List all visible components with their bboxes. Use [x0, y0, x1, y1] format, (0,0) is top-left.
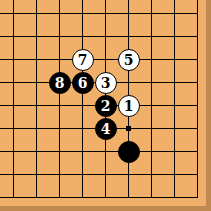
board-intersection-r7c2[interactable] [25, 140, 48, 163]
white-stone-1: 1 [118, 95, 140, 117]
board-intersection-r6c8[interactable] [163, 117, 186, 140]
board-intersection-r7c6[interactable] [117, 140, 140, 163]
board-intersection-r3c9[interactable] [186, 48, 209, 71]
board-intersection-r3c5[interactable] [94, 48, 117, 71]
board-intersection-r3c2[interactable] [25, 48, 48, 71]
board-intersection-r9c3[interactable] [48, 186, 71, 209]
board-intersection-r4c7[interactable] [140, 71, 163, 94]
board-intersection-r3c3[interactable] [48, 48, 71, 71]
board-intersection-r2c9[interactable] [186, 25, 209, 48]
board-intersection-r4c9[interactable] [186, 71, 209, 94]
board-intersection-r6c2[interactable] [25, 117, 48, 140]
board-intersection-r7c8[interactable] [163, 140, 186, 163]
black-stone-6: 6 [72, 72, 94, 94]
board-intersection-r8c3[interactable] [48, 163, 71, 186]
black-stone [118, 141, 140, 163]
board-intersection-r6c5[interactable]: 4 [94, 117, 117, 140]
board-intersection-r1c4[interactable] [71, 2, 94, 25]
board-grid: 75863214 [2, 2, 209, 209]
white-stone-5: 5 [118, 49, 140, 71]
board-intersection-r3c7[interactable] [140, 48, 163, 71]
board-intersection-r4c3[interactable]: 8 [48, 71, 71, 94]
board-intersection-r8c4[interactable] [71, 163, 94, 186]
board-intersection-r1c1[interactable] [2, 2, 25, 25]
board-intersection-r5c4[interactable] [71, 94, 94, 117]
board-intersection-r9c6[interactable] [117, 186, 140, 209]
board-intersection-r5c5[interactable]: 2 [94, 94, 117, 117]
black-stone-2: 2 [95, 95, 117, 117]
board-intersection-r4c5[interactable]: 3 [94, 71, 117, 94]
board-intersection-r8c7[interactable] [140, 163, 163, 186]
board-intersection-r7c7[interactable] [140, 140, 163, 163]
board-intersection-r3c6[interactable]: 5 [117, 48, 140, 71]
board-intersection-r8c6[interactable] [117, 163, 140, 186]
board-intersection-r6c6[interactable] [117, 117, 140, 140]
board-intersection-r5c8[interactable] [163, 94, 186, 117]
board-intersection-r2c3[interactable] [48, 25, 71, 48]
board-intersection-r5c2[interactable] [25, 94, 48, 117]
board-intersection-r5c1[interactable] [2, 94, 25, 117]
board-intersection-r5c9[interactable] [186, 94, 209, 117]
board-intersection-r6c3[interactable] [48, 117, 71, 140]
board-intersection-r9c5[interactable] [94, 186, 117, 209]
black-stone-8: 8 [49, 72, 71, 94]
board-intersection-r1c9[interactable] [186, 2, 209, 25]
board-intersection-r2c7[interactable] [140, 25, 163, 48]
board-intersection-r7c1[interactable] [2, 140, 25, 163]
board-intersection-r2c1[interactable] [2, 25, 25, 48]
board-intersection-r8c2[interactable] [25, 163, 48, 186]
board-intersection-r4c1[interactable] [2, 71, 25, 94]
go-board-diagram: 75863214 [0, 0, 211, 211]
board-intersection-r1c6[interactable] [117, 2, 140, 25]
board-intersection-r4c4[interactable]: 6 [71, 71, 94, 94]
board-intersection-r7c3[interactable] [48, 140, 71, 163]
board-intersection-r9c8[interactable] [163, 186, 186, 209]
board-intersection-r1c3[interactable] [48, 2, 71, 25]
board-intersection-r1c5[interactable] [94, 2, 117, 25]
board-intersection-r6c7[interactable] [140, 117, 163, 140]
board-intersection-r2c8[interactable] [163, 25, 186, 48]
board-intersection-r3c8[interactable] [163, 48, 186, 71]
board-intersection-r1c8[interactable] [163, 2, 186, 25]
board-intersection-r8c9[interactable] [186, 163, 209, 186]
board-intersection-r2c4[interactable] [71, 25, 94, 48]
board-intersection-r9c1[interactable] [2, 186, 25, 209]
star-point-marker [126, 126, 131, 131]
board-intersection-r4c6[interactable] [117, 71, 140, 94]
board-intersection-r2c5[interactable] [94, 25, 117, 48]
board-intersection-r3c1[interactable] [2, 48, 25, 71]
board-intersection-r6c9[interactable] [186, 117, 209, 140]
board-intersection-r2c2[interactable] [25, 25, 48, 48]
board-intersection-r8c8[interactable] [163, 163, 186, 186]
board-intersection-r7c9[interactable] [186, 140, 209, 163]
black-stone-4: 4 [95, 118, 117, 140]
board-intersection-r7c4[interactable] [71, 140, 94, 163]
board-intersection-r2c6[interactable] [117, 25, 140, 48]
board-intersection-r8c1[interactable] [2, 163, 25, 186]
board-intersection-r6c1[interactable] [2, 117, 25, 140]
board-intersection-r5c3[interactable] [48, 94, 71, 117]
board-intersection-r8c5[interactable] [94, 163, 117, 186]
board-intersection-r1c7[interactable] [140, 2, 163, 25]
board-intersection-r7c5[interactable] [94, 140, 117, 163]
board-intersection-r9c4[interactable] [71, 186, 94, 209]
board-intersection-r4c8[interactable] [163, 71, 186, 94]
board-intersection-r9c7[interactable] [140, 186, 163, 209]
white-stone-3: 3 [95, 72, 117, 94]
board-intersection-r1c2[interactable] [25, 2, 48, 25]
board-intersection-r4c2[interactable] [25, 71, 48, 94]
board-intersection-r3c4[interactable]: 7 [71, 48, 94, 71]
white-stone-7: 7 [72, 49, 94, 71]
board-intersection-r6c4[interactable] [71, 117, 94, 140]
board-intersection-r9c2[interactable] [25, 186, 48, 209]
board-intersection-r5c7[interactable] [140, 94, 163, 117]
board-intersection-r5c6[interactable]: 1 [117, 94, 140, 117]
board-intersection-r9c9[interactable] [186, 186, 209, 209]
